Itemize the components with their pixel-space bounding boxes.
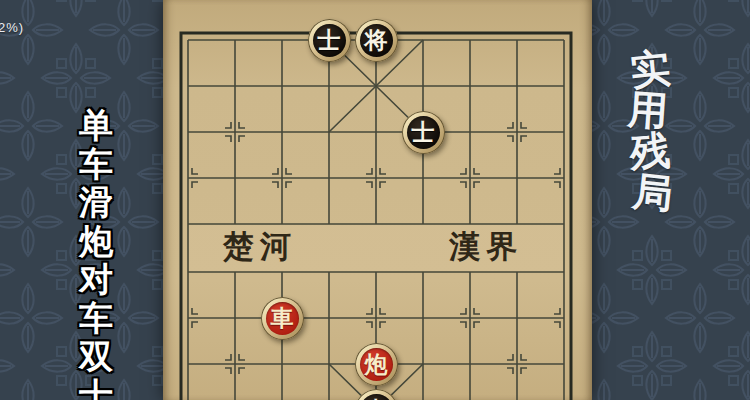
puzzle-title-char: 车 <box>76 299 116 338</box>
puzzle-title-char: 双 <box>76 337 116 376</box>
piece-black-advisor-d10[interactable]: 士 <box>308 19 351 62</box>
progress-badge: 2%) <box>0 20 24 35</box>
piece-red-cannon-e3[interactable]: 炮 <box>355 343 398 386</box>
section-caption-char: 用 <box>613 87 684 133</box>
xiangqi-board[interactable]: 楚河 漢界 士 将 士 車 炮 車 <box>163 0 592 400</box>
piece-red-chariot-c4[interactable]: 車 <box>261 297 304 340</box>
puzzle-title-char: 车 <box>76 145 116 184</box>
puzzle-title-char: 士 <box>76 376 116 400</box>
puzzle-title: 单 车 滑 炮 对 车 双 士 <box>76 106 116 400</box>
section-caption-char: 残 <box>615 128 686 174</box>
section-caption-char: 局 <box>617 168 689 216</box>
puzzle-title-char: 单 <box>76 106 116 145</box>
puzzle-title-char: 滑 <box>76 183 116 222</box>
section-caption: 实 用 残 局 <box>616 48 684 212</box>
puzzle-title-char: 对 <box>76 260 116 299</box>
game-screen: 2%) 单 车 滑 炮 对 车 双 士 实 用 残 局 <box>0 0 750 400</box>
river-label-hanjie: 漢界 <box>449 228 523 264</box>
puzzle-title-char: 炮 <box>76 222 116 261</box>
river-label-chuhe: 楚河 <box>223 228 297 264</box>
piece-black-advisor-f8[interactable]: 士 <box>402 111 445 154</box>
piece-black-general-e10[interactable]: 将 <box>355 19 398 62</box>
